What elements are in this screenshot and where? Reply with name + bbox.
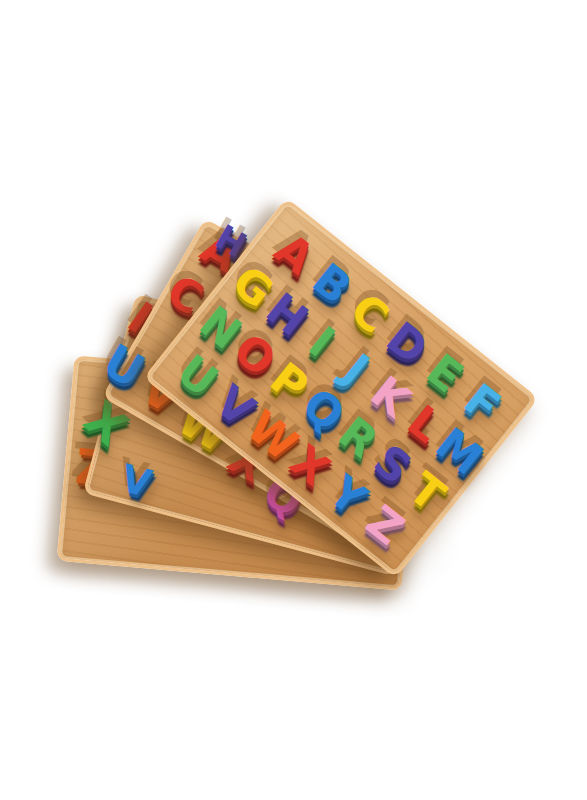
letter-D-piece: D (379, 315, 435, 372)
product-photo-alphabet-puzzle: Z IXV AHCUVWXQ ABCDEFGHIJKLMNOPQRSTUVWXY… (0, 0, 587, 800)
letter-I-piece: I (301, 320, 341, 365)
letter-Z-piece: Z (359, 498, 411, 552)
letter-J-piece: J (336, 347, 376, 392)
letter-E-piece: E (419, 347, 470, 400)
letter-C-piece: C (343, 286, 396, 341)
letter-Y-piece: Y (321, 468, 373, 522)
